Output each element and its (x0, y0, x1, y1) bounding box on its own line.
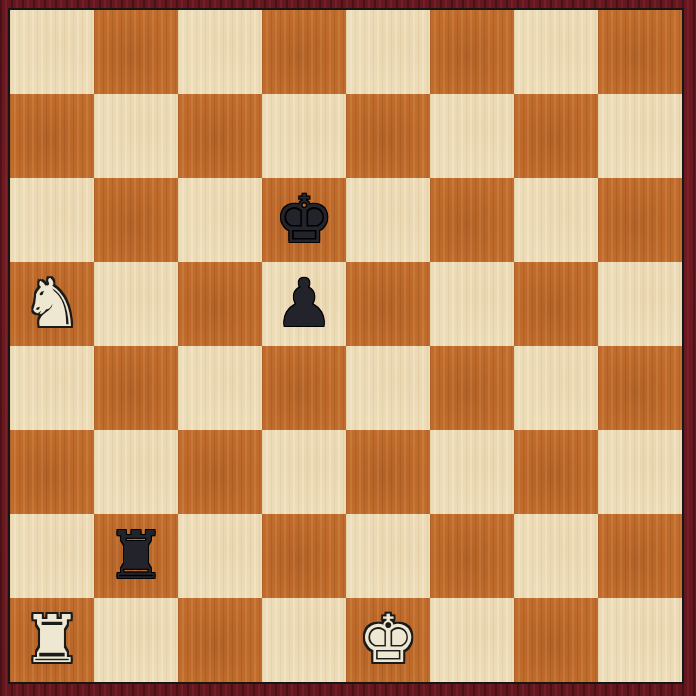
square-f3[interactable] (430, 430, 514, 514)
square-e7[interactable] (346, 94, 430, 178)
square-a7[interactable] (10, 94, 94, 178)
square-c1[interactable] (178, 598, 262, 682)
square-a4[interactable] (10, 346, 94, 430)
square-e2[interactable] (346, 514, 430, 598)
piece-black-rook[interactable]: ♜ (106, 514, 165, 598)
square-a1[interactable]: ♜ (10, 598, 94, 682)
square-a3[interactable] (10, 430, 94, 514)
piece-black-king[interactable]: ♚ (274, 178, 333, 262)
square-f6[interactable] (430, 178, 514, 262)
square-g2[interactable] (514, 514, 598, 598)
square-g7[interactable] (514, 94, 598, 178)
square-c8[interactable] (178, 10, 262, 94)
chess-board: ♚♞♟♜♜♚ (8, 8, 684, 684)
square-e1[interactable]: ♚ (346, 598, 430, 682)
piece-white-king[interactable]: ♚ (358, 598, 417, 682)
square-e6[interactable] (346, 178, 430, 262)
square-b2[interactable]: ♜ (94, 514, 178, 598)
square-b6[interactable] (94, 178, 178, 262)
square-d1[interactable] (262, 598, 346, 682)
square-c5[interactable] (178, 262, 262, 346)
square-f2[interactable] (430, 514, 514, 598)
square-b8[interactable] (94, 10, 178, 94)
square-b1[interactable] (94, 598, 178, 682)
square-g8[interactable] (514, 10, 598, 94)
square-d5[interactable]: ♟ (262, 262, 346, 346)
square-h3[interactable] (598, 430, 682, 514)
square-h6[interactable] (598, 178, 682, 262)
square-a8[interactable] (10, 10, 94, 94)
square-d2[interactable] (262, 514, 346, 598)
square-h2[interactable] (598, 514, 682, 598)
square-f7[interactable] (430, 94, 514, 178)
piece-black-pawn[interactable]: ♟ (274, 262, 333, 346)
square-c6[interactable] (178, 178, 262, 262)
square-b5[interactable] (94, 262, 178, 346)
square-g5[interactable] (514, 262, 598, 346)
square-e5[interactable] (346, 262, 430, 346)
square-c2[interactable] (178, 514, 262, 598)
square-e8[interactable] (346, 10, 430, 94)
square-c7[interactable] (178, 94, 262, 178)
square-g6[interactable] (514, 178, 598, 262)
square-e4[interactable] (346, 346, 430, 430)
square-d4[interactable] (262, 346, 346, 430)
square-a2[interactable] (10, 514, 94, 598)
square-h8[interactable] (598, 10, 682, 94)
square-d3[interactable] (262, 430, 346, 514)
square-d8[interactable] (262, 10, 346, 94)
square-f5[interactable] (430, 262, 514, 346)
square-c4[interactable] (178, 346, 262, 430)
square-h7[interactable] (598, 94, 682, 178)
square-g3[interactable] (514, 430, 598, 514)
square-a5[interactable]: ♞ (10, 262, 94, 346)
square-h5[interactable] (598, 262, 682, 346)
square-h4[interactable] (598, 346, 682, 430)
square-b3[interactable] (94, 430, 178, 514)
square-g1[interactable] (514, 598, 598, 682)
square-b7[interactable] (94, 94, 178, 178)
square-d6[interactable]: ♚ (262, 178, 346, 262)
piece-white-knight[interactable]: ♞ (22, 262, 81, 346)
square-f8[interactable] (430, 10, 514, 94)
board-frame: ♚♞♟♜♜♚ (0, 0, 696, 696)
square-b4[interactable] (94, 346, 178, 430)
square-a6[interactable] (10, 178, 94, 262)
square-d7[interactable] (262, 94, 346, 178)
square-e3[interactable] (346, 430, 430, 514)
square-c3[interactable] (178, 430, 262, 514)
square-h1[interactable] (598, 598, 682, 682)
square-f1[interactable] (430, 598, 514, 682)
square-g4[interactable] (514, 346, 598, 430)
square-f4[interactable] (430, 346, 514, 430)
piece-white-rook[interactable]: ♜ (22, 598, 81, 682)
